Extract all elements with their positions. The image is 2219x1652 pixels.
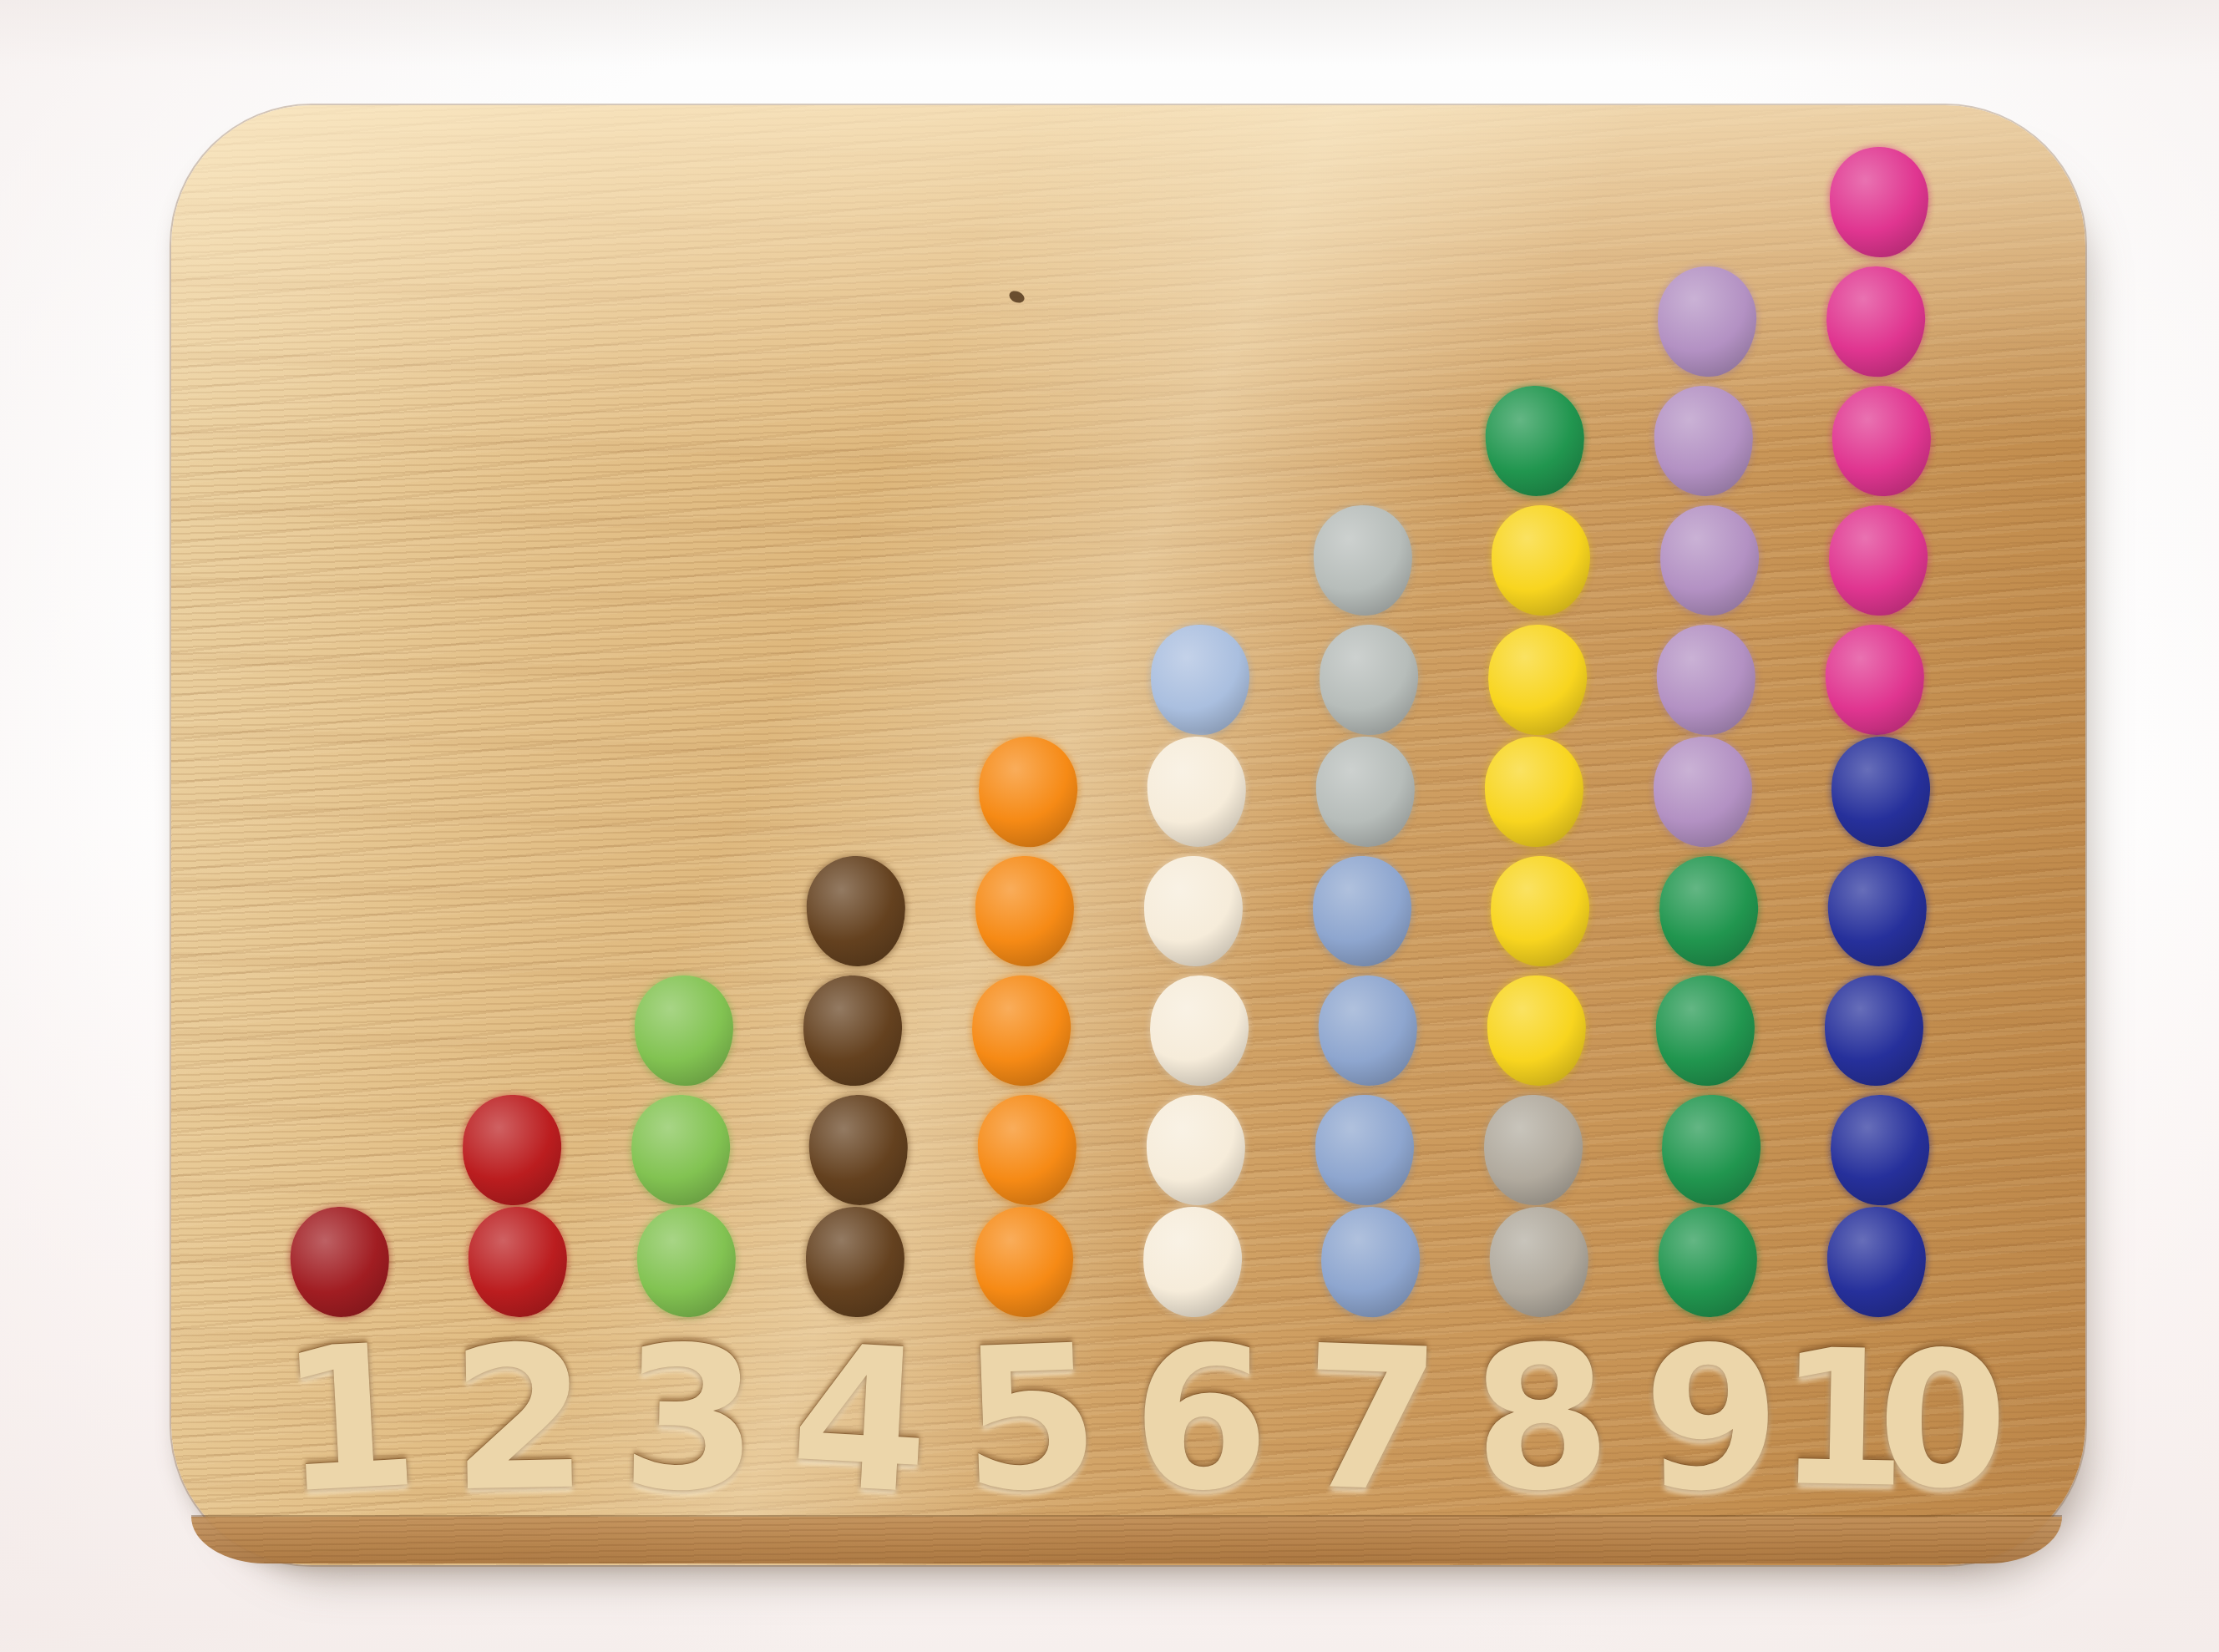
felt-ball[interactable] [635, 975, 733, 1086]
felt-ball[interactable] [1492, 505, 1590, 616]
engraved-number-10: 10 [1742, 1313, 2013, 1527]
photo-scene: 12345678910 [0, 0, 2219, 1652]
felt-ball[interactable] [1825, 975, 1923, 1086]
felt-ball[interactable] [1654, 737, 1752, 847]
wood-knot [1007, 289, 1026, 306]
felt-ball[interactable] [1144, 856, 1243, 966]
felt-ball[interactable] [806, 1207, 904, 1317]
felt-ball[interactable] [1830, 147, 1928, 257]
felt-ball[interactable] [1315, 1095, 1414, 1205]
